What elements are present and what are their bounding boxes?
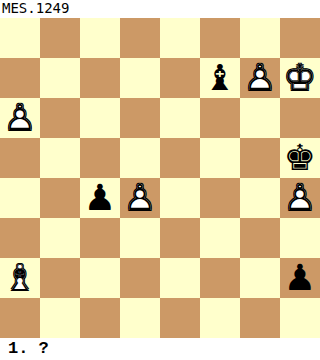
square-a4[interactable] <box>0 178 40 218</box>
piece-white-king-h7: ♚♔ <box>280 58 320 98</box>
square-h6[interactable] <box>280 98 320 138</box>
square-g8[interactable] <box>240 18 280 58</box>
square-f4[interactable] <box>200 178 240 218</box>
piece-white-bishop-a2: ♝♗ <box>0 258 40 298</box>
square-c8[interactable] <box>80 18 120 58</box>
square-h3[interactable] <box>280 218 320 258</box>
square-b4[interactable] <box>40 178 80 218</box>
square-e8[interactable] <box>160 18 200 58</box>
square-f3[interactable] <box>200 218 240 258</box>
piece-black-pawn-c4: ♟ <box>80 178 120 218</box>
square-c4[interactable]: ♟ <box>80 178 120 218</box>
square-h5[interactable]: ♚ <box>280 138 320 178</box>
square-a8[interactable] <box>0 18 40 58</box>
square-b2[interactable] <box>40 258 80 298</box>
square-g5[interactable] <box>240 138 280 178</box>
square-e5[interactable] <box>160 138 200 178</box>
square-d3[interactable] <box>120 218 160 258</box>
square-e4[interactable] <box>160 178 200 218</box>
piece-white-pawn-a6: ♟♙ <box>0 98 40 138</box>
square-h1[interactable] <box>280 298 320 338</box>
square-g2[interactable] <box>240 258 280 298</box>
piece-black-king-h5: ♚ <box>280 138 320 178</box>
square-b1[interactable] <box>40 298 80 338</box>
puzzle-id: MES.1249 <box>0 0 320 18</box>
square-a1[interactable] <box>0 298 40 338</box>
piece-black-bishop-f7: ♝ <box>200 58 240 98</box>
piece-white-pawn-d4: ♟♙ <box>120 178 160 218</box>
move-prompt: 1. ? <box>0 338 320 360</box>
square-h7[interactable]: ♚♔ <box>280 58 320 98</box>
square-h2[interactable]: ♟ <box>280 258 320 298</box>
chess-board: ♝♟♙♚♔♟♙♚♟♟♙♟♙♝♗♟ <box>0 18 320 338</box>
square-a5[interactable] <box>0 138 40 178</box>
square-c2[interactable] <box>80 258 120 298</box>
square-a6[interactable]: ♟♙ <box>0 98 40 138</box>
square-g4[interactable] <box>240 178 280 218</box>
square-c3[interactable] <box>80 218 120 258</box>
square-g6[interactable] <box>240 98 280 138</box>
square-b8[interactable] <box>40 18 80 58</box>
square-e2[interactable] <box>160 258 200 298</box>
square-d2[interactable] <box>120 258 160 298</box>
piece-white-pawn-g7: ♟♙ <box>240 58 280 98</box>
square-d4[interactable]: ♟♙ <box>120 178 160 218</box>
square-f1[interactable] <box>200 298 240 338</box>
square-a7[interactable] <box>0 58 40 98</box>
square-h8[interactable] <box>280 18 320 58</box>
square-b5[interactable] <box>40 138 80 178</box>
square-e6[interactable] <box>160 98 200 138</box>
square-f5[interactable] <box>200 138 240 178</box>
square-c1[interactable] <box>80 298 120 338</box>
square-c6[interactable] <box>80 98 120 138</box>
square-d7[interactable] <box>120 58 160 98</box>
square-e7[interactable] <box>160 58 200 98</box>
square-d5[interactable] <box>120 138 160 178</box>
piece-black-pawn-h2: ♟ <box>280 258 320 298</box>
square-d8[interactable] <box>120 18 160 58</box>
square-d1[interactable] <box>120 298 160 338</box>
square-a2[interactable]: ♝♗ <box>0 258 40 298</box>
square-h4[interactable]: ♟♙ <box>280 178 320 218</box>
square-c7[interactable] <box>80 58 120 98</box>
square-b6[interactable] <box>40 98 80 138</box>
square-f8[interactable] <box>200 18 240 58</box>
square-f7[interactable]: ♝ <box>200 58 240 98</box>
square-d6[interactable] <box>120 98 160 138</box>
square-g3[interactable] <box>240 218 280 258</box>
piece-white-pawn-h4: ♟♙ <box>280 178 320 218</box>
square-g1[interactable] <box>240 298 280 338</box>
square-e1[interactable] <box>160 298 200 338</box>
square-g7[interactable]: ♟♙ <box>240 58 280 98</box>
square-f6[interactable] <box>200 98 240 138</box>
square-e3[interactable] <box>160 218 200 258</box>
square-a3[interactable] <box>0 218 40 258</box>
square-f2[interactable] <box>200 258 240 298</box>
square-b3[interactable] <box>40 218 80 258</box>
square-c5[interactable] <box>80 138 120 178</box>
square-b7[interactable] <box>40 58 80 98</box>
